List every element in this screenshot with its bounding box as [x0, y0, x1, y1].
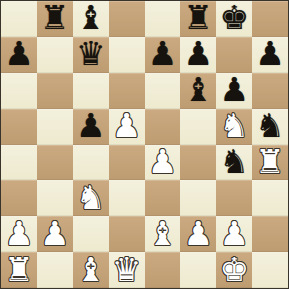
piece-black-pawn[interactable]: ♟: [255, 37, 285, 70]
square-b8[interactable]: ♜: [37, 1, 73, 37]
square-b6[interactable]: [37, 73, 73, 109]
square-e1[interactable]: [145, 252, 181, 288]
piece-white-pawn[interactable]: ♟: [148, 145, 178, 178]
square-a2[interactable]: ♟: [1, 216, 37, 252]
square-g2[interactable]: ♟: [216, 216, 252, 252]
square-c7[interactable]: ♛: [73, 37, 109, 73]
piece-black-bishop[interactable]: ♝: [184, 73, 214, 106]
square-d2[interactable]: [109, 216, 145, 252]
square-f5[interactable]: [180, 109, 216, 145]
square-a7[interactable]: ♟: [1, 37, 37, 73]
square-h6[interactable]: [252, 73, 288, 109]
square-c8[interactable]: ♝: [73, 1, 109, 37]
piece-black-knight[interactable]: ♞: [255, 109, 285, 142]
square-a3[interactable]: [1, 180, 37, 216]
square-f8[interactable]: ♜: [180, 1, 216, 37]
square-h7[interactable]: ♟: [252, 37, 288, 73]
chess-board: ♜♝♜♚♟♛♟♟♟♝♟♟♟♞♞♟♞♜♞♟♟♝♟♟♜♝♛♚: [0, 0, 289, 289]
square-b4[interactable]: [37, 145, 73, 181]
piece-white-bishop[interactable]: ♝: [76, 253, 106, 286]
square-f2[interactable]: ♟: [180, 216, 216, 252]
piece-white-pawn[interactable]: ♟: [112, 109, 142, 142]
piece-white-pawn[interactable]: ♟: [219, 217, 249, 250]
piece-white-rook[interactable]: ♜: [255, 145, 285, 178]
square-h4[interactable]: ♜: [252, 145, 288, 181]
piece-white-bishop[interactable]: ♝: [148, 217, 178, 250]
piece-white-pawn[interactable]: ♟: [4, 217, 34, 250]
piece-black-rook[interactable]: ♜: [40, 1, 70, 34]
square-c1[interactable]: ♝: [73, 252, 109, 288]
piece-white-king[interactable]: ♚: [219, 253, 249, 286]
square-b1[interactable]: [37, 252, 73, 288]
piece-black-pawn[interactable]: ♟: [148, 37, 178, 70]
square-h8[interactable]: [252, 1, 288, 37]
square-g4[interactable]: ♞: [216, 145, 252, 181]
square-d1[interactable]: ♛: [109, 252, 145, 288]
square-d4[interactable]: [109, 145, 145, 181]
piece-white-pawn[interactable]: ♟: [184, 217, 214, 250]
square-e7[interactable]: ♟: [145, 37, 181, 73]
square-d5[interactable]: ♟: [109, 109, 145, 145]
piece-white-queen[interactable]: ♛: [112, 253, 142, 286]
square-g1[interactable]: ♚: [216, 252, 252, 288]
square-g7[interactable]: [216, 37, 252, 73]
square-e3[interactable]: [145, 180, 181, 216]
square-f1[interactable]: [180, 252, 216, 288]
piece-black-knight[interactable]: ♞: [219, 145, 249, 178]
piece-black-king[interactable]: ♚: [219, 1, 249, 34]
square-f4[interactable]: [180, 145, 216, 181]
square-b5[interactable]: [37, 109, 73, 145]
piece-white-knight[interactable]: ♞: [76, 181, 106, 214]
square-c3[interactable]: ♞: [73, 180, 109, 216]
square-e8[interactable]: [145, 1, 181, 37]
piece-black-rook[interactable]: ♜: [184, 1, 214, 34]
piece-white-pawn[interactable]: ♟: [40, 217, 70, 250]
square-c4[interactable]: [73, 145, 109, 181]
piece-black-pawn[interactable]: ♟: [4, 37, 34, 70]
square-b2[interactable]: ♟: [37, 216, 73, 252]
square-g8[interactable]: ♚: [216, 1, 252, 37]
square-a4[interactable]: [1, 145, 37, 181]
square-h3[interactable]: [252, 180, 288, 216]
square-g6[interactable]: ♟: [216, 73, 252, 109]
square-e6[interactable]: [145, 73, 181, 109]
piece-black-pawn[interactable]: ♟: [76, 109, 106, 142]
square-d6[interactable]: [109, 73, 145, 109]
square-d7[interactable]: [109, 37, 145, 73]
square-a1[interactable]: ♜: [1, 252, 37, 288]
square-d3[interactable]: [109, 180, 145, 216]
square-f6[interactable]: ♝: [180, 73, 216, 109]
square-e2[interactable]: ♝: [145, 216, 181, 252]
square-h2[interactable]: [252, 216, 288, 252]
square-h1[interactable]: [252, 252, 288, 288]
square-e5[interactable]: [145, 109, 181, 145]
piece-black-bishop[interactable]: ♝: [76, 1, 106, 34]
square-c5[interactable]: ♟: [73, 109, 109, 145]
piece-white-knight[interactable]: ♞: [219, 109, 249, 142]
piece-black-queen[interactable]: ♛: [76, 37, 106, 70]
square-f7[interactable]: ♟: [180, 37, 216, 73]
square-a5[interactable]: [1, 109, 37, 145]
square-g5[interactable]: ♞: [216, 109, 252, 145]
square-c2[interactable]: [73, 216, 109, 252]
square-g3[interactable]: [216, 180, 252, 216]
square-a6[interactable]: [1, 73, 37, 109]
piece-black-pawn[interactable]: ♟: [219, 73, 249, 106]
square-b7[interactable]: [37, 37, 73, 73]
square-d8[interactable]: [109, 1, 145, 37]
square-a8[interactable]: [1, 1, 37, 37]
square-c6[interactable]: [73, 73, 109, 109]
square-e4[interactable]: ♟: [145, 145, 181, 181]
piece-white-rook[interactable]: ♜: [4, 253, 34, 286]
square-h5[interactable]: ♞: [252, 109, 288, 145]
piece-black-pawn[interactable]: ♟: [184, 37, 214, 70]
square-f3[interactable]: [180, 180, 216, 216]
square-b3[interactable]: [37, 180, 73, 216]
